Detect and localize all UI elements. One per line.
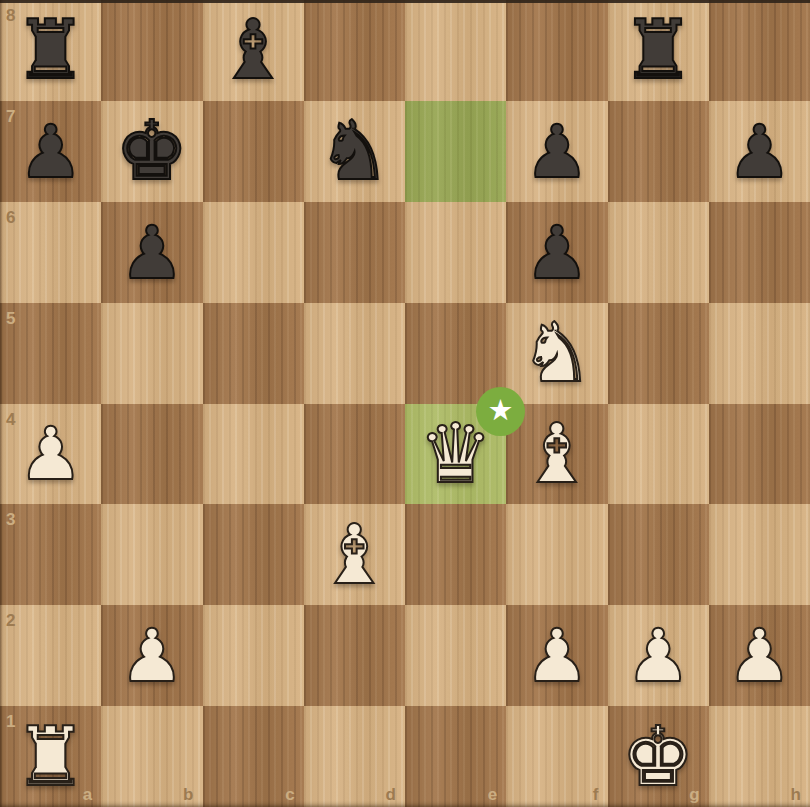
square-g3[interactable] [608, 504, 709, 605]
piece-black-pawn-b6[interactable]: ♟ [101, 202, 202, 303]
square-c7[interactable] [203, 101, 304, 202]
square-b2[interactable]: ♟ [101, 605, 202, 706]
square-g1[interactable]: g♚ [608, 706, 709, 807]
file-label-b: b [183, 786, 193, 803]
rank-label-3: 3 [6, 511, 15, 528]
piece-black-pawn-a7[interactable]: ♟ [0, 101, 101, 202]
square-c1[interactable]: c [203, 706, 304, 807]
square-c2[interactable] [203, 605, 304, 706]
piece-black-pawn-f7[interactable]: ♟ [506, 101, 607, 202]
piece-white-knight-f5[interactable]: ♞ [506, 303, 607, 404]
chess-board: 8♜♝♜7♟♚♞♟♟6♟♟5♞4♟♛♝3♝2♟♟♟♟1a♜bcdefg♚h [0, 0, 810, 807]
square-b7[interactable]: ♚ [101, 101, 202, 202]
square-f1[interactable]: f [506, 706, 607, 807]
file-label-c: c [285, 786, 294, 803]
square-a7[interactable]: 7♟ [0, 101, 101, 202]
rank-label-5: 5 [6, 310, 15, 327]
square-e1[interactable]: e [405, 706, 506, 807]
square-f8[interactable] [506, 0, 607, 101]
square-f7[interactable]: ♟ [506, 101, 607, 202]
piece-white-pawn-f2[interactable]: ♟ [506, 605, 607, 706]
square-f5[interactable]: ♞ [506, 303, 607, 404]
piece-black-knight-d7[interactable]: ♞ [304, 101, 405, 202]
square-h7[interactable]: ♟ [709, 101, 810, 202]
piece-white-king-g1[interactable]: ♚ [608, 706, 709, 807]
square-g7[interactable] [608, 101, 709, 202]
square-e4[interactable]: ♛ [405, 404, 506, 505]
square-a3[interactable]: 3 [0, 504, 101, 605]
square-d8[interactable] [304, 0, 405, 101]
square-d5[interactable] [304, 303, 405, 404]
square-h3[interactable] [709, 504, 810, 605]
file-label-e: e [488, 786, 497, 803]
square-a8[interactable]: 8♜ [0, 0, 101, 101]
square-g6[interactable] [608, 202, 709, 303]
square-a1[interactable]: 1a♜ [0, 706, 101, 807]
file-label-f: f [593, 786, 599, 803]
square-d2[interactable] [304, 605, 405, 706]
piece-black-king-b7[interactable]: ♚ [101, 101, 202, 202]
piece-white-bishop-f4[interactable]: ♝ [506, 404, 607, 505]
square-b6[interactable]: ♟ [101, 202, 202, 303]
piece-white-pawn-b2[interactable]: ♟ [101, 605, 202, 706]
piece-white-pawn-g2[interactable]: ♟ [608, 605, 709, 706]
square-a4[interactable]: 4♟ [0, 404, 101, 505]
piece-white-pawn-a4[interactable]: ♟ [0, 404, 101, 505]
square-h5[interactable] [709, 303, 810, 404]
file-label-d: d [386, 786, 396, 803]
square-e3[interactable] [405, 504, 506, 605]
square-c6[interactable] [203, 202, 304, 303]
piece-black-pawn-h7[interactable]: ♟ [709, 101, 810, 202]
piece-black-bishop-c8[interactable]: ♝ [203, 0, 304, 101]
square-d6[interactable] [304, 202, 405, 303]
piece-white-pawn-h2[interactable]: ♟ [709, 605, 810, 706]
square-h1[interactable]: h [709, 706, 810, 807]
square-f4[interactable]: ♝ [506, 404, 607, 505]
square-a2[interactable]: 2 [0, 605, 101, 706]
square-d3[interactable]: ♝ [304, 504, 405, 605]
square-f2[interactable]: ♟ [506, 605, 607, 706]
square-c3[interactable] [203, 504, 304, 605]
square-h4[interactable] [709, 404, 810, 505]
square-c8[interactable]: ♝ [203, 0, 304, 101]
square-b4[interactable] [101, 404, 202, 505]
piece-white-bishop-d3[interactable]: ♝ [304, 504, 405, 605]
square-e5[interactable] [405, 303, 506, 404]
square-b1[interactable]: b [101, 706, 202, 807]
square-c5[interactable] [203, 303, 304, 404]
square-h2[interactable]: ♟ [709, 605, 810, 706]
square-b5[interactable] [101, 303, 202, 404]
rank-label-6: 6 [6, 209, 15, 226]
square-e7[interactable] [405, 101, 506, 202]
square-f3[interactable] [506, 504, 607, 605]
piece-white-rook-a1[interactable]: ♜ [0, 706, 101, 807]
square-e6[interactable] [405, 202, 506, 303]
square-d1[interactable]: d [304, 706, 405, 807]
square-h8[interactable] [709, 0, 810, 101]
square-f6[interactable]: ♟ [506, 202, 607, 303]
piece-black-rook-a8[interactable]: ♜ [0, 0, 101, 101]
piece-white-queen-e4[interactable]: ♛ [405, 404, 506, 505]
file-label-h: h [791, 786, 801, 803]
rank-label-2: 2 [6, 612, 15, 629]
square-b8[interactable] [101, 0, 202, 101]
chess-app: 8♜♝♜7♟♚♞♟♟6♟♟5♞4♟♛♝3♝2♟♟♟♟1a♜bcdefg♚h ★ [0, 0, 810, 807]
square-b3[interactable] [101, 504, 202, 605]
square-h6[interactable] [709, 202, 810, 303]
square-e8[interactable] [405, 0, 506, 101]
piece-black-pawn-f6[interactable]: ♟ [506, 202, 607, 303]
square-d7[interactable]: ♞ [304, 101, 405, 202]
square-g5[interactable] [608, 303, 709, 404]
square-a6[interactable]: 6 [0, 202, 101, 303]
square-d4[interactable] [304, 404, 405, 505]
square-c4[interactable] [203, 404, 304, 505]
square-g2[interactable]: ♟ [608, 605, 709, 706]
piece-black-rook-g8[interactable]: ♜ [608, 0, 709, 101]
square-g4[interactable] [608, 404, 709, 505]
square-g8[interactable]: ♜ [608, 0, 709, 101]
square-a5[interactable]: 5 [0, 303, 101, 404]
square-e2[interactable] [405, 605, 506, 706]
